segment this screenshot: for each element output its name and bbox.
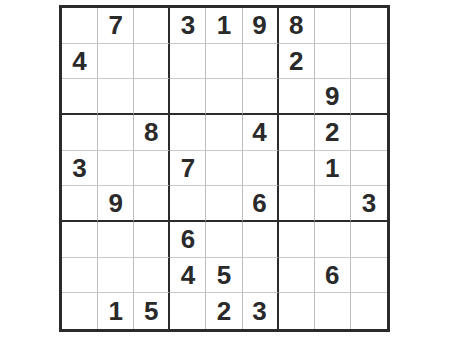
cell-r1c3[interactable] <box>134 8 170 44</box>
cell-r8c2[interactable] <box>98 258 134 294</box>
cell-r7c1[interactable] <box>62 222 98 258</box>
cell-r6c5[interactable] <box>206 186 242 222</box>
cell-r5c3[interactable] <box>134 151 170 187</box>
cell-r9c2[interactable]: 1 <box>98 293 134 329</box>
cell-r7c8[interactable] <box>315 222 351 258</box>
cell-r5c1[interactable]: 3 <box>62 151 98 187</box>
cell-r7c5[interactable] <box>206 222 242 258</box>
cell-r3c7[interactable] <box>279 79 315 115</box>
cell-r3c5[interactable] <box>206 79 242 115</box>
cell-r9c9[interactable] <box>351 293 387 329</box>
cell-r6c4[interactable] <box>170 186 206 222</box>
cell-r2c2[interactable] <box>98 44 134 80</box>
cell-r9c7[interactable] <box>279 293 315 329</box>
cell-r6c7[interactable] <box>279 186 315 222</box>
cell-r5c5[interactable] <box>206 151 242 187</box>
cell-r8c9[interactable] <box>351 258 387 294</box>
cell-r1c6[interactable]: 9 <box>243 8 279 44</box>
cell-r5c8[interactable]: 1 <box>315 151 351 187</box>
cell-r8c7[interactable] <box>279 258 315 294</box>
cell-r9c4[interactable] <box>170 293 206 329</box>
cell-r1c7[interactable]: 8 <box>279 8 315 44</box>
cell-r3c1[interactable] <box>62 79 98 115</box>
cell-r7c9[interactable] <box>351 222 387 258</box>
cell-r1c9[interactable] <box>351 8 387 44</box>
cell-r8c4[interactable]: 4 <box>170 258 206 294</box>
cell-r4c7[interactable] <box>279 115 315 151</box>
cell-r3c3[interactable] <box>134 79 170 115</box>
cell-r2c9[interactable] <box>351 44 387 80</box>
cell-r8c5[interactable]: 5 <box>206 258 242 294</box>
cell-r1c1[interactable] <box>62 8 98 44</box>
cell-r5c9[interactable] <box>351 151 387 187</box>
cell-r1c5[interactable]: 1 <box>206 8 242 44</box>
cell-r5c7[interactable] <box>279 151 315 187</box>
cell-r9c8[interactable] <box>315 293 351 329</box>
cell-r2c5[interactable] <box>206 44 242 80</box>
cell-r6c2[interactable]: 9 <box>98 186 134 222</box>
cell-r1c4[interactable]: 3 <box>170 8 206 44</box>
cell-r7c7[interactable] <box>279 222 315 258</box>
cell-r5c6[interactable] <box>243 151 279 187</box>
cell-r4c4[interactable] <box>170 115 206 151</box>
cell-r2c4[interactable] <box>170 44 206 80</box>
cell-r7c2[interactable] <box>98 222 134 258</box>
cell-r7c3[interactable] <box>134 222 170 258</box>
cell-r8c3[interactable] <box>134 258 170 294</box>
cell-r7c4[interactable]: 6 <box>170 222 206 258</box>
cell-r9c5[interactable]: 2 <box>206 293 242 329</box>
cell-r2c6[interactable] <box>243 44 279 80</box>
cell-r9c6[interactable]: 3 <box>243 293 279 329</box>
cell-r4c1[interactable] <box>62 115 98 151</box>
cell-r9c1[interactable] <box>62 293 98 329</box>
cell-r7c6[interactable] <box>243 222 279 258</box>
cell-r3c2[interactable] <box>98 79 134 115</box>
cell-r2c7[interactable]: 2 <box>279 44 315 80</box>
cell-r9c3[interactable]: 5 <box>134 293 170 329</box>
cell-r8c1[interactable] <box>62 258 98 294</box>
cell-r4c6[interactable]: 4 <box>243 115 279 151</box>
cell-r2c1[interactable]: 4 <box>62 44 98 80</box>
cell-r5c2[interactable] <box>98 151 134 187</box>
cell-r4c9[interactable] <box>351 115 387 151</box>
cell-r4c5[interactable] <box>206 115 242 151</box>
cell-r3c9[interactable] <box>351 79 387 115</box>
cell-r1c2[interactable]: 7 <box>98 8 134 44</box>
cell-r4c2[interactable] <box>98 115 134 151</box>
cell-r8c6[interactable] <box>243 258 279 294</box>
cell-r6c3[interactable] <box>134 186 170 222</box>
cell-r6c8[interactable] <box>315 186 351 222</box>
cell-r2c3[interactable] <box>134 44 170 80</box>
cell-r1c8[interactable] <box>315 8 351 44</box>
sudoku-screen: 7319842984237196364561523 <box>0 0 450 338</box>
cell-r2c8[interactable] <box>315 44 351 80</box>
cell-r3c8[interactable]: 9 <box>315 79 351 115</box>
cell-r6c1[interactable] <box>62 186 98 222</box>
cell-r5c4[interactable]: 7 <box>170 151 206 187</box>
cell-r6c6[interactable]: 6 <box>243 186 279 222</box>
cell-r6c9[interactable]: 3 <box>351 186 387 222</box>
cell-r8c8[interactable]: 6 <box>315 258 351 294</box>
sudoku-board: 7319842984237196364561523 <box>59 5 390 332</box>
cell-r4c3[interactable]: 8 <box>134 115 170 151</box>
cell-r3c4[interactable] <box>170 79 206 115</box>
cell-r3c6[interactable] <box>243 79 279 115</box>
cell-r4c8[interactable]: 2 <box>315 115 351 151</box>
